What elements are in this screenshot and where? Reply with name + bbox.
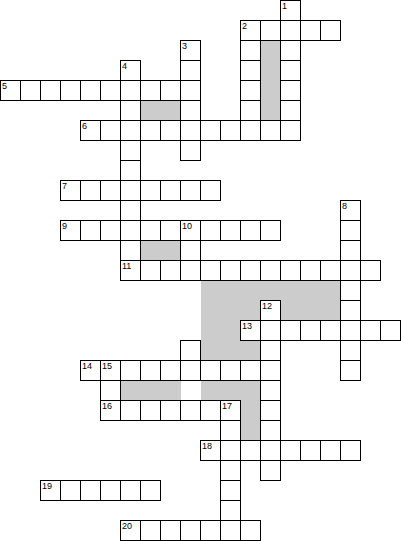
cell[interactable]	[160, 520, 181, 541]
cell[interactable]	[120, 100, 141, 121]
cell[interactable]	[40, 480, 61, 501]
blocked-cell	[201, 301, 221, 321]
blocked-cell	[241, 341, 261, 361]
cell[interactable]	[220, 220, 241, 241]
cell[interactable]	[120, 140, 141, 161]
cell[interactable]	[260, 300, 281, 321]
cell[interactable]	[240, 320, 261, 341]
blocked-cell	[261, 41, 281, 61]
cell[interactable]	[340, 360, 361, 381]
cell[interactable]	[240, 360, 261, 381]
cell[interactable]	[360, 260, 381, 281]
cell[interactable]	[180, 40, 201, 61]
cell[interactable]	[120, 520, 141, 541]
cell[interactable]	[160, 220, 181, 241]
blocked-cell	[241, 281, 261, 301]
cell[interactable]	[240, 60, 261, 81]
cell[interactable]	[140, 520, 161, 541]
cell[interactable]	[180, 220, 201, 241]
cell[interactable]	[260, 440, 281, 461]
cell[interactable]	[80, 80, 101, 101]
cell[interactable]	[80, 220, 101, 241]
cell[interactable]	[220, 400, 241, 421]
cell[interactable]	[120, 240, 141, 261]
cell[interactable]	[200, 360, 221, 381]
cell[interactable]	[380, 320, 401, 341]
cell[interactable]	[220, 360, 241, 381]
cell[interactable]	[140, 360, 161, 381]
blocked-cell	[261, 281, 281, 301]
cell[interactable]	[160, 80, 181, 101]
cell[interactable]	[280, 440, 301, 461]
cell[interactable]	[320, 20, 341, 41]
cell[interactable]	[80, 120, 101, 141]
cell[interactable]	[180, 360, 201, 381]
cell[interactable]	[180, 520, 201, 541]
cell[interactable]	[60, 220, 81, 241]
cell[interactable]	[160, 260, 181, 281]
blocked-cell	[241, 301, 261, 321]
cell[interactable]	[260, 400, 281, 421]
cell[interactable]	[180, 120, 201, 141]
blocked-cell	[201, 341, 221, 361]
cell[interactable]	[340, 340, 361, 361]
blocked-cell	[241, 381, 261, 401]
cell[interactable]	[240, 220, 261, 241]
cell[interactable]	[100, 480, 121, 501]
cell[interactable]	[160, 360, 181, 381]
cell[interactable]	[180, 60, 201, 81]
blocked-cell	[161, 381, 181, 401]
cell[interactable]	[260, 20, 281, 41]
cell[interactable]	[340, 300, 361, 321]
cell[interactable]	[180, 100, 201, 121]
cell[interactable]	[100, 180, 121, 201]
blocked-cell	[221, 321, 241, 341]
cell[interactable]	[120, 480, 141, 501]
cell[interactable]	[100, 220, 121, 241]
cell[interactable]	[240, 520, 261, 541]
blocked-cell	[221, 301, 241, 321]
cell[interactable]	[120, 160, 141, 181]
cell[interactable]	[260, 320, 281, 341]
cell[interactable]	[280, 320, 301, 341]
cell[interactable]	[320, 320, 341, 341]
cell[interactable]	[260, 360, 281, 381]
cell[interactable]	[100, 80, 121, 101]
cell[interactable]	[300, 440, 321, 461]
cell[interactable]	[240, 20, 261, 41]
cell[interactable]	[240, 120, 261, 141]
crossword-board: 1234567891011121314151617181920	[0, 0, 401, 541]
blocked-cell	[321, 281, 341, 301]
blocked-cell	[201, 281, 221, 301]
cell[interactable]	[180, 400, 201, 421]
cell[interactable]	[240, 40, 261, 61]
cell[interactable]	[120, 180, 141, 201]
cell[interactable]	[120, 120, 141, 141]
blocked-cell	[261, 61, 281, 81]
cell[interactable]	[300, 20, 321, 41]
cell[interactable]	[20, 80, 41, 101]
cell[interactable]	[80, 360, 101, 381]
cell[interactable]	[60, 80, 81, 101]
cell[interactable]	[340, 220, 361, 241]
cell[interactable]	[340, 240, 361, 261]
cell[interactable]	[240, 260, 261, 281]
cell[interactable]	[240, 100, 261, 121]
cell[interactable]	[280, 20, 301, 41]
blocked-cell	[161, 241, 181, 261]
cell[interactable]	[200, 520, 221, 541]
blocked-cell	[301, 281, 321, 301]
cell[interactable]	[320, 440, 341, 461]
cell[interactable]	[220, 480, 241, 501]
cell[interactable]	[140, 480, 161, 501]
blocked-cell	[121, 381, 141, 401]
cell[interactable]	[220, 420, 241, 441]
blocked-cell	[141, 381, 161, 401]
cell[interactable]	[280, 80, 301, 101]
cell[interactable]	[100, 380, 121, 401]
cell[interactable]	[260, 220, 281, 241]
cell[interactable]	[160, 120, 181, 141]
blocked-cell	[241, 401, 261, 421]
cell[interactable]	[260, 120, 281, 141]
cell[interactable]	[120, 200, 141, 221]
cell[interactable]	[260, 380, 281, 401]
cell[interactable]	[280, 60, 301, 81]
cell[interactable]	[140, 260, 161, 281]
cell[interactable]	[180, 80, 201, 101]
cell[interactable]	[200, 260, 221, 281]
cell[interactable]	[160, 400, 181, 421]
cell[interactable]	[180, 340, 201, 361]
cell[interactable]	[180, 180, 201, 201]
cell[interactable]	[140, 400, 161, 421]
cell[interactable]	[140, 80, 161, 101]
cell[interactable]	[160, 180, 181, 201]
cell[interactable]	[200, 180, 221, 201]
cell[interactable]	[300, 320, 321, 341]
cell[interactable]	[120, 80, 141, 101]
cell[interactable]	[280, 120, 301, 141]
cell[interactable]	[140, 180, 161, 201]
blocked-cell	[141, 241, 161, 261]
cell[interactable]	[220, 520, 241, 541]
cell[interactable]	[220, 440, 241, 461]
cell[interactable]	[60, 480, 81, 501]
blocked-cell	[201, 381, 221, 401]
cell[interactable]	[40, 80, 61, 101]
cell[interactable]	[100, 360, 121, 381]
blocked-cell	[221, 341, 241, 361]
cell[interactable]	[340, 200, 361, 221]
cell[interactable]	[280, 40, 301, 61]
cell[interactable]	[180, 140, 201, 161]
cell[interactable]	[100, 400, 121, 421]
cell[interactable]	[200, 220, 221, 241]
cell[interactable]	[340, 260, 361, 281]
cell[interactable]	[140, 120, 161, 141]
cell[interactable]	[120, 400, 141, 421]
cell[interactable]	[340, 280, 361, 301]
blocked-cell	[141, 101, 161, 121]
blocked-cell	[241, 421, 261, 441]
cell[interactable]	[260, 460, 281, 481]
cell[interactable]	[300, 260, 321, 281]
cell[interactable]	[340, 320, 361, 341]
cell[interactable]	[220, 500, 241, 521]
cell[interactable]	[280, 0, 301, 21]
crossword-puzzle: 1234567891011121314151617181920	[0, 0, 401, 541]
cell[interactable]	[80, 480, 101, 501]
blocked-cell	[321, 301, 341, 321]
cell[interactable]	[240, 440, 261, 461]
cell[interactable]	[200, 440, 221, 461]
cell[interactable]	[320, 260, 341, 281]
cell[interactable]	[180, 240, 201, 261]
blocked-cell	[281, 301, 301, 321]
cell[interactable]	[200, 120, 221, 141]
cell[interactable]	[120, 60, 141, 81]
cell[interactable]	[340, 440, 361, 461]
blocked-cell	[161, 101, 181, 121]
cell[interactable]	[260, 340, 281, 361]
blocked-cell	[301, 301, 321, 321]
cell[interactable]	[240, 80, 261, 101]
cell[interactable]	[200, 400, 221, 421]
blocked-cell	[281, 281, 301, 301]
cell[interactable]	[280, 260, 301, 281]
cell[interactable]	[100, 120, 121, 141]
blocked-cell	[221, 381, 241, 401]
blocked-cell	[261, 101, 281, 121]
cell[interactable]	[220, 460, 241, 481]
cell[interactable]	[280, 100, 301, 121]
blocked-cell	[261, 81, 281, 101]
cell[interactable]	[220, 260, 241, 281]
cell[interactable]	[180, 260, 201, 281]
cell[interactable]	[80, 180, 101, 201]
blocked-cell	[201, 321, 221, 341]
cell[interactable]	[120, 220, 141, 241]
cell[interactable]	[220, 120, 241, 141]
cell[interactable]	[120, 260, 141, 281]
cell[interactable]	[260, 260, 281, 281]
cell[interactable]	[260, 420, 281, 441]
cell[interactable]	[60, 180, 81, 201]
cell[interactable]	[120, 360, 141, 381]
cell[interactable]	[0, 80, 21, 101]
blocked-cell	[221, 281, 241, 301]
cell[interactable]	[360, 320, 381, 341]
cell[interactable]	[140, 220, 161, 241]
